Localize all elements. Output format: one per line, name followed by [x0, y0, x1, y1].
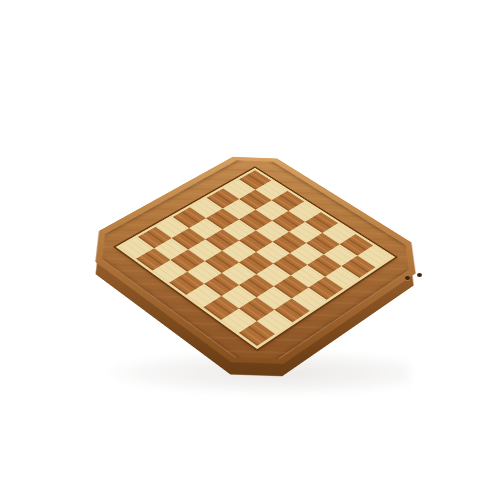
- product-photo: [0, 0, 500, 500]
- side-hole-1: [405, 276, 410, 280]
- side-hole-2: [417, 273, 422, 277]
- chessboard: [118, 114, 393, 389]
- perspective-scene: [0, 0, 500, 500]
- board-frame: [73, 145, 437, 382]
